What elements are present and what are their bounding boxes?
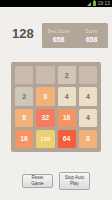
tile-32: 32 [36,109,54,127]
tile-8: 8 [15,109,33,127]
stop-auto-play-button[interactable]: Stop Auto Play [59,172,90,190]
tile-2: 2 [58,66,76,84]
tile-2: 2 [15,87,33,105]
battery-icon [93,1,96,6]
score-label: Score [86,29,98,34]
tile-4: 4 [58,87,76,105]
tile-8: 8 [36,87,54,105]
score-box: Score 658 [75,23,108,48]
status-time: 19:13 [97,0,110,7]
tile-128: 128 [36,130,54,148]
board-grid[interactable]: 2284483216416128648 [11,62,101,152]
tile-4: 4 [79,109,97,127]
status-bar: 19:13 [0,0,112,7]
best-score-box: Best Score 658 [42,23,75,48]
score-value: 658 [86,36,98,43]
empty-cell [36,66,54,84]
best-score-value: 658 [53,36,65,43]
tile-64: 64 [58,130,76,148]
page-title: 128 [12,26,34,41]
signal-icon [87,2,91,6]
tile-8: 8 [79,130,97,148]
tile-4: 4 [79,87,97,105]
empty-cell [15,66,33,84]
empty-cell [79,66,97,84]
best-score-label: Best Score [47,29,69,34]
reset-game-button[interactable]: Reset Game [22,174,53,188]
tile-16: 16 [58,109,76,127]
score-panel: Best Score 658 Score 658 [42,23,108,48]
tile-16: 16 [15,130,33,148]
